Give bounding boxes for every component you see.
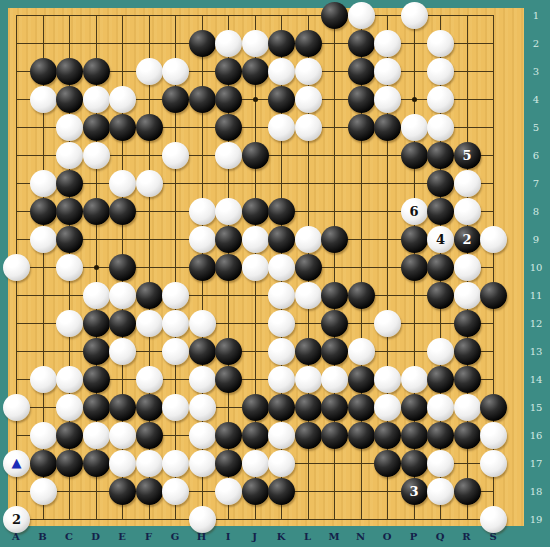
black-stone[interactable]: [136, 282, 163, 309]
white-stone[interactable]: [30, 366, 57, 393]
white-stone[interactable]: [30, 478, 57, 505]
white-stone[interactable]: [189, 422, 216, 449]
white-stone[interactable]: [268, 58, 295, 85]
white-stone[interactable]: [295, 114, 322, 141]
black-stone[interactable]: [136, 114, 163, 141]
black-stone[interactable]: [242, 58, 269, 85]
white-stone[interactable]: [454, 282, 481, 309]
black-stone[interactable]: [215, 58, 242, 85]
black-stone[interactable]: [83, 114, 110, 141]
white-stone[interactable]: [56, 366, 83, 393]
black-stone[interactable]: [321, 310, 348, 337]
white-stone[interactable]: [295, 226, 322, 253]
white-stone[interactable]: [374, 310, 401, 337]
row-label-8: 8: [533, 206, 539, 217]
black-stone[interactable]: [242, 142, 269, 169]
row-label-16: 16: [530, 430, 543, 441]
white-stone[interactable]: [374, 58, 401, 85]
white-stone[interactable]: [215, 30, 242, 57]
white-stone[interactable]: [162, 58, 189, 85]
black-stone[interactable]: [348, 58, 375, 85]
black-stone[interactable]: [189, 254, 216, 281]
black-stone[interactable]: [83, 58, 110, 85]
black-stone[interactable]: [215, 114, 242, 141]
white-stone[interactable]: [268, 254, 295, 281]
white-stone[interactable]: [56, 114, 83, 141]
white-stone[interactable]: [56, 254, 83, 281]
black-stone[interactable]: [268, 478, 295, 505]
black-stone[interactable]: [427, 142, 454, 169]
black-stone[interactable]: [83, 310, 110, 337]
column-label-R: R: [462, 531, 470, 542]
black-stone[interactable]: [215, 366, 242, 393]
black-stone[interactable]: [321, 394, 348, 421]
column-label-K: K: [277, 531, 286, 542]
white-stone[interactable]: [374, 366, 401, 393]
black-stone[interactable]: [374, 450, 401, 477]
white-stone[interactable]: [215, 198, 242, 225]
white-stone[interactable]: [454, 394, 481, 421]
black-stone[interactable]: [454, 310, 481, 337]
move-number-label: 4: [436, 233, 445, 246]
row-label-4: 4: [533, 94, 539, 105]
black-stone[interactable]: [295, 254, 322, 281]
black-stone[interactable]: [348, 30, 375, 57]
black-stone[interactable]: [321, 338, 348, 365]
black-stone[interactable]: [374, 422, 401, 449]
black-stone[interactable]: [295, 338, 322, 365]
white-stone[interactable]: [215, 478, 242, 505]
white-stone[interactable]: [189, 198, 216, 225]
black-stone[interactable]: [109, 394, 136, 421]
column-label-D: D: [91, 531, 100, 542]
white-stone[interactable]: [374, 86, 401, 113]
black-stone[interactable]: [295, 394, 322, 421]
white-stone[interactable]: [427, 114, 454, 141]
black-stone[interactable]: [427, 282, 454, 309]
white-stone[interactable]: 4: [427, 226, 454, 253]
white-stone[interactable]: [374, 394, 401, 421]
white-stone[interactable]: [83, 282, 110, 309]
row-label-12: 12: [530, 318, 543, 329]
grid-line-horizontal: [16, 519, 494, 520]
go-board[interactable]: 5642▲32: [8, 8, 524, 526]
black-stone[interactable]: [56, 170, 83, 197]
column-label-J: J: [252, 531, 257, 542]
row-label-3: 3: [533, 66, 539, 77]
white-stone[interactable]: [480, 450, 507, 477]
row-label-19: 19: [530, 514, 543, 525]
black-stone[interactable]: [56, 226, 83, 253]
white-stone[interactable]: 2: [3, 506, 30, 533]
black-stone[interactable]: [56, 58, 83, 85]
white-stone[interactable]: [427, 86, 454, 113]
move-number-label: 2: [12, 513, 21, 526]
black-stone[interactable]: [427, 254, 454, 281]
column-label-C: C: [65, 531, 73, 542]
white-stone[interactable]: [427, 30, 454, 57]
white-stone[interactable]: [162, 450, 189, 477]
black-stone[interactable]: [30, 198, 57, 225]
black-stone[interactable]: [30, 58, 57, 85]
white-stone[interactable]: [480, 226, 507, 253]
black-stone[interactable]: [109, 198, 136, 225]
black-stone[interactable]: [56, 86, 83, 113]
black-stone[interactable]: [348, 366, 375, 393]
white-stone[interactable]: [480, 422, 507, 449]
white-stone[interactable]: [189, 506, 216, 533]
black-stone[interactable]: [215, 254, 242, 281]
black-stone[interactable]: [242, 394, 269, 421]
black-stone[interactable]: [295, 422, 322, 449]
black-stone[interactable]: [56, 422, 83, 449]
white-stone[interactable]: [295, 86, 322, 113]
white-stone[interactable]: [242, 450, 269, 477]
column-label-O: O: [383, 531, 392, 542]
black-stone[interactable]: [454, 422, 481, 449]
black-stone[interactable]: [136, 422, 163, 449]
white-stone[interactable]: [56, 394, 83, 421]
black-stone[interactable]: [427, 170, 454, 197]
white-stone[interactable]: [189, 394, 216, 421]
white-stone[interactable]: [30, 86, 57, 113]
black-stone[interactable]: [189, 338, 216, 365]
black-stone[interactable]: [83, 338, 110, 365]
white-stone[interactable]: [3, 254, 30, 281]
black-stone[interactable]: [109, 114, 136, 141]
black-stone[interactable]: [83, 394, 110, 421]
black-stone[interactable]: [56, 450, 83, 477]
black-stone[interactable]: [136, 394, 163, 421]
black-stone[interactable]: [215, 226, 242, 253]
white-stone[interactable]: [136, 58, 163, 85]
white-stone[interactable]: [454, 170, 481, 197]
row-label-7: 7: [533, 178, 539, 189]
row-label-11: 11: [530, 290, 543, 301]
row-label-18: 18: [530, 486, 543, 497]
white-stone[interactable]: [295, 58, 322, 85]
white-stone[interactable]: [427, 58, 454, 85]
white-stone[interactable]: [295, 366, 322, 393]
white-stone[interactable]: [401, 2, 428, 29]
black-stone[interactable]: [268, 198, 295, 225]
black-stone[interactable]: [427, 366, 454, 393]
black-stone[interactable]: [215, 422, 242, 449]
black-stone[interactable]: [268, 86, 295, 113]
black-stone[interactable]: [83, 198, 110, 225]
row-label-15: 15: [530, 402, 543, 413]
black-stone[interactable]: [480, 394, 507, 421]
row-label-17: 17: [530, 458, 543, 469]
white-stone[interactable]: [374, 30, 401, 57]
white-stone[interactable]: [136, 366, 163, 393]
black-stone[interactable]: [189, 30, 216, 57]
row-label-10: 10: [530, 262, 543, 273]
white-stone[interactable]: [109, 338, 136, 365]
star-point: [253, 97, 258, 102]
white-stone[interactable]: [109, 422, 136, 449]
row-label-9: 9: [533, 234, 539, 245]
move-number-label: 6: [409, 205, 418, 218]
black-stone[interactable]: [215, 450, 242, 477]
column-label-I: I: [226, 531, 231, 542]
white-stone[interactable]: [189, 366, 216, 393]
black-stone[interactable]: [401, 422, 428, 449]
white-stone[interactable]: [295, 282, 322, 309]
black-stone[interactable]: [242, 478, 269, 505]
white-stone[interactable]: [427, 478, 454, 505]
black-stone[interactable]: [401, 450, 428, 477]
black-stone[interactable]: 3: [401, 478, 428, 505]
black-stone[interactable]: [109, 254, 136, 281]
white-stone[interactable]: [268, 366, 295, 393]
black-stone[interactable]: [268, 226, 295, 253]
white-stone[interactable]: [162, 478, 189, 505]
black-stone[interactable]: [242, 422, 269, 449]
white-stone[interactable]: [30, 226, 57, 253]
black-stone[interactable]: [348, 422, 375, 449]
black-stone[interactable]: [109, 310, 136, 337]
black-stone[interactable]: [480, 282, 507, 309]
white-stone[interactable]: [427, 450, 454, 477]
black-stone[interactable]: [242, 198, 269, 225]
column-label-S: S: [489, 531, 496, 542]
column-label-H: H: [197, 531, 206, 542]
black-stone[interactable]: [401, 254, 428, 281]
star-point: [412, 97, 417, 102]
go-app-window: 5642▲32 ABCDEFGHIJKLMNOPQRS1234567891011…: [0, 0, 550, 547]
white-stone[interactable]: [109, 282, 136, 309]
white-stone[interactable]: [83, 142, 110, 169]
white-stone[interactable]: [162, 310, 189, 337]
black-stone[interactable]: [401, 142, 428, 169]
column-label-E: E: [118, 531, 126, 542]
white-stone[interactable]: [480, 506, 507, 533]
row-label-1: 1: [533, 10, 539, 21]
white-stone[interactable]: [136, 310, 163, 337]
white-stone[interactable]: [109, 86, 136, 113]
white-stone[interactable]: [162, 282, 189, 309]
white-stone[interactable]: [30, 422, 57, 449]
column-label-M: M: [328, 531, 339, 542]
white-stone[interactable]: [268, 422, 295, 449]
white-stone[interactable]: [268, 282, 295, 309]
black-stone[interactable]: [401, 394, 428, 421]
move-number-label: 2: [462, 233, 471, 246]
white-stone[interactable]: ▲: [3, 450, 30, 477]
row-label-2: 2: [533, 38, 539, 49]
white-stone[interactable]: [268, 114, 295, 141]
black-stone[interactable]: [454, 366, 481, 393]
black-stone[interactable]: [348, 86, 375, 113]
black-stone[interactable]: [348, 114, 375, 141]
white-stone[interactable]: [3, 394, 30, 421]
black-stone[interactable]: [189, 86, 216, 113]
white-stone[interactable]: [136, 450, 163, 477]
white-stone[interactable]: [136, 170, 163, 197]
row-label-14: 14: [530, 374, 543, 385]
move-number-label: 3: [409, 485, 418, 498]
white-stone[interactable]: [189, 450, 216, 477]
row-label-5: 5: [533, 122, 539, 133]
white-stone[interactable]: [268, 310, 295, 337]
white-stone[interactable]: [162, 338, 189, 365]
black-stone[interactable]: [215, 338, 242, 365]
white-stone[interactable]: [83, 422, 110, 449]
white-stone[interactable]: [215, 142, 242, 169]
white-stone[interactable]: [242, 226, 269, 253]
black-stone[interactable]: [295, 30, 322, 57]
column-label-A: A: [12, 531, 20, 542]
black-stone[interactable]: [109, 478, 136, 505]
white-stone[interactable]: [189, 226, 216, 253]
black-stone[interactable]: 2: [454, 226, 481, 253]
star-point: [94, 265, 99, 270]
white-stone[interactable]: [348, 338, 375, 365]
white-stone[interactable]: [268, 450, 295, 477]
move-number-label: 5: [462, 149, 471, 162]
white-stone[interactable]: [401, 366, 428, 393]
black-stone[interactable]: [427, 198, 454, 225]
white-stone[interactable]: [321, 366, 348, 393]
black-stone[interactable]: [83, 366, 110, 393]
white-stone[interactable]: [83, 86, 110, 113]
black-stone[interactable]: [321, 422, 348, 449]
column-label-N: N: [356, 531, 365, 542]
white-stone[interactable]: [56, 310, 83, 337]
black-stone[interactable]: 5: [454, 142, 481, 169]
white-stone[interactable]: [427, 394, 454, 421]
black-stone[interactable]: [321, 226, 348, 253]
black-stone[interactable]: [374, 114, 401, 141]
black-stone[interactable]: [427, 422, 454, 449]
row-label-13: 13: [530, 346, 543, 357]
white-stone[interactable]: [242, 254, 269, 281]
black-stone[interactable]: [321, 2, 348, 29]
white-stone[interactable]: [189, 310, 216, 337]
row-label-6: 6: [533, 150, 539, 161]
black-stone[interactable]: [454, 478, 481, 505]
column-label-G: G: [171, 531, 180, 542]
black-stone[interactable]: [454, 338, 481, 365]
black-stone[interactable]: [56, 198, 83, 225]
white-stone[interactable]: [109, 450, 136, 477]
column-label-F: F: [145, 531, 152, 542]
white-stone[interactable]: [162, 142, 189, 169]
black-stone[interactable]: [136, 478, 163, 505]
white-stone[interactable]: [162, 394, 189, 421]
black-stone[interactable]: [321, 282, 348, 309]
black-stone[interactable]: [268, 394, 295, 421]
black-stone[interactable]: [83, 450, 110, 477]
black-stone[interactable]: [162, 86, 189, 113]
column-label-Q: Q: [436, 531, 445, 542]
black-stone[interactable]: [215, 86, 242, 113]
white-stone[interactable]: [427, 338, 454, 365]
black-stone[interactable]: [348, 282, 375, 309]
white-stone[interactable]: [56, 142, 83, 169]
black-stone[interactable]: [30, 450, 57, 477]
column-label-B: B: [38, 531, 46, 542]
triangle-marker: ▲: [12, 456, 22, 469]
white-stone[interactable]: [242, 30, 269, 57]
white-stone[interactable]: [454, 254, 481, 281]
white-stone[interactable]: [348, 2, 375, 29]
black-stone[interactable]: [401, 226, 428, 253]
column-label-P: P: [410, 531, 418, 542]
white-stone[interactable]: [454, 198, 481, 225]
black-stone[interactable]: [268, 30, 295, 57]
white-stone[interactable]: 6: [401, 198, 428, 225]
white-stone[interactable]: [401, 114, 428, 141]
black-stone[interactable]: [348, 394, 375, 421]
white-stone[interactable]: [109, 170, 136, 197]
white-stone[interactable]: [30, 170, 57, 197]
column-label-L: L: [304, 531, 311, 542]
white-stone[interactable]: [268, 338, 295, 365]
